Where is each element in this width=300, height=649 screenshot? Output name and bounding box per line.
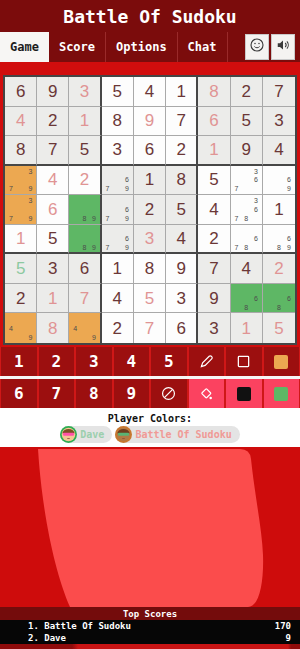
cell-value: 1: [241, 320, 250, 337]
sudoku-cell-r8c4[interactable]: 4: [102, 284, 134, 314]
sudoku-cell-r3c8[interactable]: 9: [231, 136, 263, 166]
sudoku-cell-r7c2[interactable]: 3: [37, 254, 69, 284]
sudoku-cell-r5c4[interactable]: 679: [102, 195, 134, 225]
page-title: Battle Of Sudoku: [63, 6, 236, 27]
sudoku-cell-r5c2[interactable]: 6: [37, 195, 69, 225]
sudoku-cell-r3c3[interactable]: 5: [69, 136, 101, 166]
player-avatar: [115, 426, 132, 443]
sudoku-cell-r4c4[interactable]: 679: [102, 166, 134, 196]
cell-value: 8: [209, 83, 218, 100]
cell-value: 2: [176, 141, 185, 158]
cell-value: 3: [274, 112, 283, 129]
sudoku-cell-r6c5[interactable]: 3: [134, 225, 166, 255]
orange-color-button[interactable]: [264, 347, 300, 376]
sudoku-cell-r7c5[interactable]: 8: [134, 254, 166, 284]
cell-value: 7: [274, 83, 283, 100]
pencil-marks: 689: [264, 226, 294, 252]
tab-chat[interactable]: Chat: [178, 32, 228, 62]
pencil-marks: 679: [103, 167, 132, 194]
cell-value: 6: [209, 112, 218, 129]
cell-value: 5: [241, 112, 250, 129]
cell-value: 9: [209, 290, 218, 307]
pad-row-2: 6789: [0, 379, 300, 408]
cell-value: 5: [145, 290, 154, 307]
cell-value: 4: [176, 230, 185, 247]
cell-value: 1: [176, 83, 185, 100]
sudoku-cell-r7c8[interactable]: 4: [231, 254, 263, 284]
sudoku-cell-r2c3[interactable]: 1: [69, 107, 101, 137]
sudoku-cell-r4c6[interactable]: 8: [166, 166, 198, 196]
sudoku-cell-r2c4[interactable]: 8: [102, 107, 134, 137]
sudoku-cell-r9c5[interactable]: 7: [134, 313, 166, 343]
player-pills: DaveBattle Of Sudoku: [60, 426, 239, 443]
pencil-marks: 379: [6, 167, 35, 194]
tab-chat-label: Chat: [188, 40, 217, 54]
pencil-marks: 89: [70, 196, 98, 223]
cell-value: 9: [145, 112, 154, 129]
sudoku-cell-r9c7[interactable]: 3: [198, 313, 230, 343]
pencil-marks: 69: [264, 167, 294, 194]
top-scores-title: Top Scores: [123, 609, 177, 619]
digit-button-1[interactable]: 1: [1, 347, 37, 376]
sudoku-cell-r1c3[interactable]: 3: [69, 77, 101, 107]
cell-value: 1: [80, 112, 89, 129]
green-color-button[interactable]: [264, 379, 300, 408]
tab-options-label: Options: [116, 40, 167, 54]
smiley-icon: [248, 36, 266, 58]
ban-button[interactable]: [151, 379, 187, 408]
cell-value: 3: [80, 83, 89, 100]
cell-value: 8: [113, 112, 122, 129]
sudoku-cell-r4c2[interactable]: 4: [37, 166, 69, 196]
cell-value: 8: [145, 260, 154, 277]
sudoku-cell-r1c8[interactable]: 2: [231, 77, 263, 107]
sudoku-cell-r6c1[interactable]: 1: [5, 225, 37, 255]
cell-value: 9: [176, 260, 185, 277]
cell-value: 8: [176, 171, 185, 188]
sudoku-cell-r4c3[interactable]: 2: [69, 166, 101, 196]
number-pad: 123456789: [0, 347, 300, 408]
cell-value: 7: [209, 260, 218, 277]
cell-value: 2: [113, 320, 122, 337]
sudoku-cell-r4c9[interactable]: 69: [263, 166, 295, 196]
sudoku-cell-r2c2[interactable]: 2: [37, 107, 69, 137]
eraser-button[interactable]: [189, 379, 225, 408]
cell-value: 8: [48, 320, 57, 337]
tab-options[interactable]: Options: [106, 32, 178, 62]
tab-bar: Game Score Options Chat: [0, 32, 300, 62]
tab-bar-spacer: [228, 32, 244, 62]
sudoku-cell-r8c8[interactable]: 68: [231, 284, 263, 314]
sudoku-cell-r8c1[interactable]: 2: [5, 284, 37, 314]
cell-value: 4: [113, 290, 122, 307]
player-name: Battle Of Sudoku: [135, 429, 231, 440]
cell-value: 6: [16, 83, 25, 100]
sudoku-cell-r9c2[interactable]: 8: [37, 313, 69, 343]
sudoku-cell-r7c7[interactable]: 7: [198, 254, 230, 284]
score-player-name: 1. Battle Of Sudoku: [28, 621, 275, 631]
sudoku-cell-r5c1[interactable]: 379: [5, 195, 37, 225]
square-outline-button[interactable]: [226, 347, 262, 376]
player-avatar: [60, 426, 77, 443]
player-colors-label: Player Colors:: [108, 413, 192, 424]
pencil-icon: [197, 352, 216, 371]
cell-value: 8: [16, 141, 25, 158]
cell-value: 7: [48, 141, 57, 158]
sudoku-cell-r7c9[interactable]: 2: [263, 254, 295, 284]
black-color-swatch: [237, 387, 251, 401]
pencil-marks: 68: [232, 285, 261, 312]
cell-value: 7: [176, 112, 185, 129]
red-panel: [0, 447, 300, 607]
sudoku-cell-r8c2[interactable]: 1: [37, 284, 69, 314]
sudoku-cell-r9c3[interactable]: 49: [69, 313, 101, 343]
cell-value: 4: [16, 112, 25, 129]
tab-game-label: Game: [10, 40, 39, 54]
pencil-marks: 3678: [232, 196, 261, 223]
cell-value: 4: [274, 141, 283, 158]
sudoku-cell-r1c5[interactable]: 4: [134, 77, 166, 107]
sudoku-cell-r8c9[interactable]: 68: [263, 284, 295, 314]
sudoku-cell-r5c3[interactable]: 89: [69, 195, 101, 225]
sudoku-cell-r2c7[interactable]: 6: [198, 107, 230, 137]
cell-value: 2: [145, 201, 154, 218]
sudoku-cell-r2c9[interactable]: 3: [263, 107, 295, 137]
cell-value: 2: [209, 230, 218, 247]
sudoku-board: 6935418274218976538753621943794267918536…: [3, 75, 297, 345]
cell-value: 2: [241, 83, 250, 100]
sudoku-cell-r1c6[interactable]: 1: [166, 77, 198, 107]
sudoku-cell-r2c6[interactable]: 7: [166, 107, 198, 137]
tab-score[interactable]: Score: [49, 32, 106, 62]
emoji-button[interactable]: [245, 34, 269, 60]
pencil-button[interactable]: [189, 347, 225, 376]
sudoku-cell-r6c2[interactable]: 5: [37, 225, 69, 255]
cell-value: 5: [274, 320, 283, 337]
sudoku-cell-r3c1[interactable]: 8: [5, 136, 37, 166]
ban-icon: [159, 384, 178, 403]
digit-button-8[interactable]: 8: [76, 379, 112, 408]
sudoku-cell-r8c6[interactable]: 3: [166, 284, 198, 314]
cell-value: 1: [113, 260, 122, 277]
cell-value: 4: [209, 201, 218, 218]
top-scores-list: 1. Battle Of Sudoku1702. Dave9: [0, 620, 300, 644]
score-player-name: 2. Dave: [28, 633, 286, 643]
pencil-marks: 678: [232, 226, 261, 252]
sudoku-cell-r9c6[interactable]: 6: [166, 313, 198, 343]
sudoku-cell-r1c1[interactable]: 6: [5, 77, 37, 107]
cell-value: 6: [48, 201, 57, 218]
cell-value: 1: [209, 141, 218, 158]
top-scores-header: Top Scores: [0, 607, 300, 620]
pencil-marks: 379: [6, 196, 35, 223]
sudoku-cell-r9c1[interactable]: 49: [5, 313, 37, 343]
sudoku-cell-r8c5[interactable]: 5: [134, 284, 166, 314]
sudoku-cell-r4c8[interactable]: 367: [231, 166, 263, 196]
sudoku-cell-r3c4[interactable]: 3: [102, 136, 134, 166]
cell-value: 2: [274, 260, 283, 277]
pencil-marks: 49: [6, 314, 35, 342]
cell-value: 6: [176, 320, 185, 337]
cell-value: 5: [209, 171, 218, 188]
sudoku-cell-r4c1[interactable]: 379: [5, 166, 37, 196]
sudoku-cell-r4c5[interactable]: 1: [134, 166, 166, 196]
cell-value: 4: [48, 171, 57, 188]
black-color-button[interactable]: [226, 379, 262, 408]
tab-score-label: Score: [59, 40, 95, 54]
cell-value: 1: [48, 290, 57, 307]
cell-value: 9: [241, 141, 250, 158]
cell-value: 3: [145, 230, 154, 247]
green-color-swatch: [274, 387, 288, 401]
sudoku-cell-r7c6[interactable]: 9: [166, 254, 198, 284]
sudoku-cell-r6c3[interactable]: 89: [69, 225, 101, 255]
cell-value: 5: [113, 83, 122, 100]
cell-value: 1: [274, 201, 283, 218]
sudoku-cell-r3c7[interactable]: 1: [198, 136, 230, 166]
cell-value: 2: [80, 171, 89, 188]
pencil-marks: 679: [103, 196, 132, 223]
cell-value: 6: [145, 141, 154, 158]
sudoku-cell-r1c9[interactable]: 7: [263, 77, 295, 107]
sudoku-cell-r9c4[interactable]: 2: [102, 313, 134, 343]
sudoku-cell-r2c8[interactable]: 5: [231, 107, 263, 137]
sudoku-cell-r3c6[interactable]: 2: [166, 136, 198, 166]
cell-value: 3: [113, 141, 122, 158]
sudoku-cell-r1c4[interactable]: 5: [102, 77, 134, 107]
digit-button-7[interactable]: 7: [39, 379, 75, 408]
sudoku-cell-r5c5[interactable]: 2: [134, 195, 166, 225]
sudoku-cell-r6c7[interactable]: 2: [198, 225, 230, 255]
cell-value: 1: [16, 230, 25, 247]
sudoku-cell-r3c9[interactable]: 4: [263, 136, 295, 166]
cell-value: 6: [80, 260, 89, 277]
player-colors-section: Player Colors: DaveBattle Of Sudoku: [0, 408, 300, 447]
sudoku-cell-r9c8[interactable]: 1: [231, 313, 263, 343]
cell-value: 7: [145, 320, 154, 337]
app-header: Battle Of Sudoku: [0, 0, 300, 32]
digit-button-2[interactable]: 2: [39, 347, 75, 376]
cell-value: 5: [80, 141, 89, 158]
cell-value: 3: [48, 260, 57, 277]
sudoku-cell-r8c3[interactable]: 7: [69, 284, 101, 314]
sudoku-cell-r7c3[interactable]: 6: [69, 254, 101, 284]
sudoku-cell-r7c4[interactable]: 1: [102, 254, 134, 284]
pencil-marks: 68: [264, 285, 294, 312]
sudoku-cell-r4c7[interactable]: 5: [198, 166, 230, 196]
sudoku-cell-r5c7[interactable]: 4: [198, 195, 230, 225]
cell-value: 1: [145, 171, 154, 188]
player-pill-battle-of-sudoku[interactable]: Battle Of Sudoku: [115, 426, 239, 443]
cell-value: 4: [241, 260, 250, 277]
digit-button-9[interactable]: 9: [114, 379, 150, 408]
sudoku-cell-r1c2[interactable]: 9: [37, 77, 69, 107]
sudoku-cell-r3c2[interactable]: 7: [37, 136, 69, 166]
score-value: 170: [275, 621, 291, 631]
cell-value: 7: [80, 290, 89, 307]
eraser-icon: [197, 384, 216, 403]
sudoku-cell-r6c6[interactable]: 4: [166, 225, 198, 255]
cell-value: 5: [48, 230, 57, 247]
pencil-marks: 49: [70, 314, 98, 342]
sudoku-cell-r5c9[interactable]: 1: [263, 195, 295, 225]
digit-button-5[interactable]: 5: [151, 347, 187, 376]
cell-value: 2: [48, 112, 57, 129]
app-root: Battle Of Sudoku Game Score Options Chat…: [0, 0, 300, 649]
cell-value: 3: [209, 320, 218, 337]
cell-value: 9: [48, 83, 57, 100]
pencil-marks: 367: [232, 167, 261, 194]
sudoku-cell-r9c9[interactable]: 5: [263, 313, 295, 343]
sudoku-cell-r6c9[interactable]: 689: [263, 225, 295, 255]
pencil-marks: 89: [70, 226, 98, 252]
pad-row-1: 12345: [0, 347, 300, 376]
sudoku-cell-r3c5[interactable]: 6: [134, 136, 166, 166]
orange-color-swatch: [274, 355, 288, 369]
bottom-bar: [0, 644, 300, 649]
sudoku-cell-r1c7[interactable]: 8: [198, 77, 230, 107]
digit-button-3[interactable]: 3: [76, 347, 112, 376]
pencil-marks: 679: [103, 226, 132, 252]
score-value: 9: [286, 633, 291, 643]
cell-value: 4: [145, 83, 154, 100]
sudoku-cell-r8c7[interactable]: 9: [198, 284, 230, 314]
sudoku-cell-r6c8[interactable]: 678: [231, 225, 263, 255]
player-pill-dave[interactable]: Dave: [60, 426, 112, 443]
sudoku-cell-r7c1[interactable]: 5: [5, 254, 37, 284]
board-wrap: 6935418274218976538753621943794267918536…: [3, 75, 297, 345]
cell-value: 2: [16, 290, 25, 307]
sudoku-cell-r5c6[interactable]: 5: [166, 195, 198, 225]
square-outline-icon: [234, 352, 253, 371]
sudoku-cell-r2c1[interactable]: 4: [5, 107, 37, 137]
cell-value: 5: [16, 260, 25, 277]
cell-value: 5: [176, 201, 185, 218]
player-name: Dave: [80, 429, 104, 440]
score-row: 2. Dave9: [0, 632, 300, 644]
tab-game[interactable]: Game: [0, 32, 49, 62]
sudoku-cell-r5c8[interactable]: 3678: [231, 195, 263, 225]
sudoku-cell-r6c4[interactable]: 679: [102, 225, 134, 255]
score-row: 1. Battle Of Sudoku170: [0, 620, 300, 632]
digit-button-6[interactable]: 6: [1, 379, 37, 408]
speaker-icon: [274, 36, 292, 58]
red-panel-blob: [0, 447, 300, 607]
digit-button-4[interactable]: 4: [114, 347, 150, 376]
cell-value: 3: [176, 290, 185, 307]
sound-button[interactable]: [271, 34, 295, 60]
sudoku-cell-r2c5[interactable]: 9: [134, 107, 166, 137]
